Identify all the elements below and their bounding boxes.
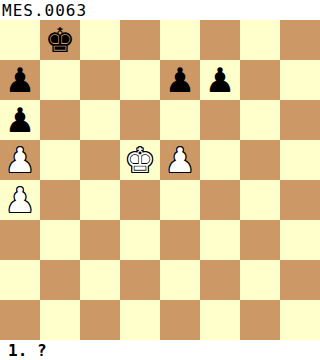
square-f5[interactable]: [200, 140, 240, 180]
square-g4[interactable]: [240, 180, 280, 220]
square-g8[interactable]: [240, 20, 280, 60]
square-e4[interactable]: [160, 180, 200, 220]
black-pawn[interactable]: ♟: [205, 60, 235, 100]
square-b2[interactable]: [40, 260, 80, 300]
square-h4[interactable]: [280, 180, 320, 220]
black-pawn[interactable]: ♟: [5, 60, 35, 100]
square-e3[interactable]: [160, 220, 200, 260]
black-king[interactable]: ♚: [45, 20, 75, 60]
square-c4[interactable]: [80, 180, 120, 220]
square-g3[interactable]: [240, 220, 280, 260]
square-f4[interactable]: [200, 180, 240, 220]
square-g7[interactable]: [240, 60, 280, 100]
square-h1[interactable]: [280, 300, 320, 340]
square-h5[interactable]: [280, 140, 320, 180]
square-h7[interactable]: [280, 60, 320, 100]
square-g5[interactable]: [240, 140, 280, 180]
square-b8[interactable]: ♚: [40, 20, 80, 60]
diagram-label: MES.0063: [0, 0, 320, 20]
square-g1[interactable]: [240, 300, 280, 340]
square-d2[interactable]: [120, 260, 160, 300]
square-c5[interactable]: [80, 140, 120, 180]
square-d6[interactable]: [120, 100, 160, 140]
square-h6[interactable]: [280, 100, 320, 140]
square-h2[interactable]: [280, 260, 320, 300]
square-c7[interactable]: [80, 60, 120, 100]
square-f8[interactable]: [200, 20, 240, 60]
square-d4[interactable]: [120, 180, 160, 220]
square-g2[interactable]: [240, 260, 280, 300]
square-c8[interactable]: [80, 20, 120, 60]
square-b4[interactable]: [40, 180, 80, 220]
square-e8[interactable]: [160, 20, 200, 60]
square-f1[interactable]: [200, 300, 240, 340]
square-a3[interactable]: [0, 220, 40, 260]
square-c2[interactable]: [80, 260, 120, 300]
square-f6[interactable]: [200, 100, 240, 140]
chess-board: ♚♟♟♟♟♟♚♟♟: [0, 20, 320, 340]
square-f3[interactable]: [200, 220, 240, 260]
square-d7[interactable]: [120, 60, 160, 100]
square-a6[interactable]: ♟: [0, 100, 40, 140]
square-c1[interactable]: [80, 300, 120, 340]
square-d1[interactable]: [120, 300, 160, 340]
square-b3[interactable]: [40, 220, 80, 260]
white-pawn[interactable]: ♟: [5, 140, 35, 180]
square-e7[interactable]: ♟: [160, 60, 200, 100]
square-h3[interactable]: [280, 220, 320, 260]
square-b6[interactable]: [40, 100, 80, 140]
square-d8[interactable]: [120, 20, 160, 60]
white-pawn[interactable]: ♟: [165, 140, 195, 180]
square-c3[interactable]: [80, 220, 120, 260]
square-a2[interactable]: [0, 260, 40, 300]
white-king[interactable]: ♚: [125, 140, 155, 180]
square-a1[interactable]: [0, 300, 40, 340]
move-prompt: 1. ?: [0, 340, 320, 360]
square-e1[interactable]: [160, 300, 200, 340]
black-pawn[interactable]: ♟: [165, 60, 195, 100]
square-e5[interactable]: ♟: [160, 140, 200, 180]
square-g6[interactable]: [240, 100, 280, 140]
square-a5[interactable]: ♟: [0, 140, 40, 180]
white-pawn[interactable]: ♟: [5, 180, 35, 220]
square-f2[interactable]: [200, 260, 240, 300]
square-e2[interactable]: [160, 260, 200, 300]
square-h8[interactable]: [280, 20, 320, 60]
black-pawn[interactable]: ♟: [5, 100, 35, 140]
square-b1[interactable]: [40, 300, 80, 340]
square-d5[interactable]: ♚: [120, 140, 160, 180]
square-a4[interactable]: ♟: [0, 180, 40, 220]
square-d3[interactable]: [120, 220, 160, 260]
square-b5[interactable]: [40, 140, 80, 180]
square-a8[interactable]: [0, 20, 40, 60]
square-b7[interactable]: [40, 60, 80, 100]
square-a7[interactable]: ♟: [0, 60, 40, 100]
square-c6[interactable]: [80, 100, 120, 140]
square-f7[interactable]: ♟: [200, 60, 240, 100]
square-e6[interactable]: [160, 100, 200, 140]
